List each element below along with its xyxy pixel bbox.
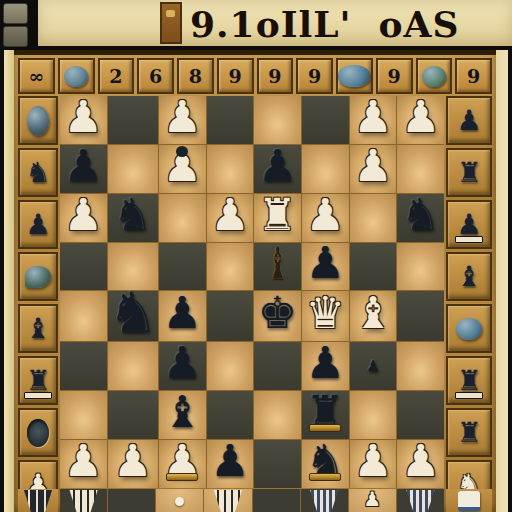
square-r8c5[interactable] <box>254 440 301 488</box>
chess-board: ♟♟♟♟♟♟♟♟♟♞♟♜♟♞♝♟♞♟♚♛♝♟♟♟♝♜♟♟♟♟♞♟♟ <box>60 96 444 488</box>
white-rook[interactable]: ♜ <box>258 193 297 237</box>
coord-cell-6: 9 <box>217 58 254 94</box>
white-pawn[interactable]: ♟ <box>162 95 201 139</box>
square-r5c8[interactable] <box>397 291 444 341</box>
tray-cell-4 <box>18 252 58 301</box>
square-r4c5[interactable]: ♝ <box>254 243 301 291</box>
square-r7c8[interactable] <box>397 391 444 439</box>
square-r3c4[interactable]: ♟ <box>207 194 254 242</box>
square-r1c5[interactable] <box>254 96 301 144</box>
blue-stone-icon <box>456 318 482 340</box>
square-r1c6[interactable] <box>302 96 349 144</box>
coord-cell-4: 6 <box>137 58 174 94</box>
coordinate-strip: ∞26899999 <box>18 58 492 94</box>
square-r8c4[interactable]: ♟ <box>207 440 254 488</box>
square-r2c5[interactable]: ♟ <box>254 145 301 193</box>
tray-cell-2: ♜ <box>446 148 492 197</box>
square-r3c8[interactable]: ♞ <box>397 194 444 242</box>
right-tray: ♟♜♟♝♜♜♞ <box>446 96 492 509</box>
striped-rook-icon: ♜ <box>25 367 50 395</box>
coord-cell-12: 9 <box>455 58 492 94</box>
tray-cell-6: ♜ <box>446 356 492 405</box>
square-r5c1[interactable] <box>60 291 107 341</box>
left-tray: ♞♟♝♜♟ <box>18 96 58 509</box>
frame-edge-left <box>4 50 14 512</box>
coord-cell-10: 9 <box>376 58 413 94</box>
coord-cell-7: 9 <box>257 58 294 94</box>
strip-cell-6 <box>301 489 348 512</box>
black-pawn[interactable]: ♟ <box>306 341 345 385</box>
black-pawn[interactable]: ♟ <box>162 291 201 335</box>
mini-white-piece-icon: ♟ <box>363 489 381 509</box>
white-pawn[interactable]: ♟ <box>401 439 440 483</box>
frame-edge-right <box>496 50 508 512</box>
square-r3c5[interactable]: ♜ <box>254 194 301 242</box>
coord-cell-5: 8 <box>177 58 214 94</box>
coord-cell-2 <box>58 58 95 94</box>
square-r7c4[interactable] <box>207 391 254 439</box>
square-r8c2[interactable]: ♟ <box>108 440 158 488</box>
black-pawn[interactable]: ♟ <box>162 341 201 385</box>
square-r1c3[interactable]: ♟ <box>159 96 206 144</box>
goblet-striped-icon <box>308 490 340 512</box>
square-r4c6[interactable]: ♟ <box>302 243 349 291</box>
black-king[interactable]: ♚ <box>258 291 297 335</box>
black-pawn[interactable]: ♟ <box>210 439 249 483</box>
square-r8c7[interactable]: ♟ <box>350 440 397 488</box>
black-knight[interactable]: ♞ <box>401 193 440 237</box>
goblet-striped-icon <box>404 490 436 512</box>
square-r2c8[interactable] <box>397 145 444 193</box>
castle-rook-icon: ♜ <box>456 419 481 447</box>
square-r6c2[interactable] <box>108 342 158 390</box>
strip-cell-5 <box>253 489 300 512</box>
knight-blob-icon: ♞ <box>25 159 50 187</box>
goblet-light-icon <box>212 490 244 512</box>
square-r1c4[interactable] <box>207 96 254 144</box>
white-pawn[interactable]: ♟ <box>64 439 103 483</box>
white-pawn[interactable]: ♟ <box>162 144 201 188</box>
square-r7c2[interactable] <box>108 391 158 439</box>
square-r8c1[interactable]: ♟ <box>60 440 107 488</box>
white-pawn[interactable]: ♟ <box>353 439 392 483</box>
square-r6c1[interactable] <box>60 342 107 390</box>
square-r7c6[interactable]: ♜ <box>302 391 349 439</box>
black-knight[interactable]: ♞ <box>306 439 345 483</box>
tray-cell-7: ♜ <box>446 408 492 457</box>
bottle-bishop-icon: ♝ <box>456 263 481 291</box>
square-r2c7[interactable]: ♟ <box>350 145 397 193</box>
white-base-rook-icon: ♜ <box>456 367 481 395</box>
square-r4c7[interactable] <box>350 243 397 291</box>
white-blob-icon <box>458 491 480 511</box>
square-r6c7[interactable]: ♟ <box>350 342 397 390</box>
square-r5c2[interactable]: ♞ <box>108 291 158 341</box>
app-window: 9.1oIlL' oAS ∞26899999 ♞♟♝♜♟ ♟♜♟♝♜♜♞ ♟♟♟… <box>0 0 512 512</box>
square-r6c5[interactable] <box>254 342 301 390</box>
square-r5c4[interactable] <box>207 291 254 341</box>
square-r1c1[interactable]: ♟ <box>60 96 107 144</box>
square-r2c2[interactable] <box>108 145 158 193</box>
tray-cell-1 <box>18 96 58 145</box>
square-r1c7[interactable]: ♟ <box>350 96 397 144</box>
square-r6c4[interactable] <box>207 342 254 390</box>
square-r3c6[interactable]: ♟ <box>302 194 349 242</box>
square-r2c3[interactable]: ♟ <box>159 145 206 193</box>
strip-cell-7: ♟ <box>349 489 396 512</box>
coord-cell-9 <box>336 58 373 94</box>
window-controls <box>0 0 30 50</box>
strip-cell-2 <box>108 489 155 512</box>
tray-cell-5 <box>446 304 492 353</box>
pagoda-rook-icon: ♜ <box>456 159 481 187</box>
document-icon <box>160 2 182 44</box>
black-rook[interactable]: ♜ <box>306 390 345 434</box>
black-bishop-icon: ♝ <box>25 315 50 343</box>
square-r2c4[interactable] <box>207 145 254 193</box>
window-button-top[interactable] <box>3 3 28 24</box>
strip-cell-3 <box>156 489 203 512</box>
oval-hole-icon <box>27 419 49 447</box>
square-r6c3[interactable]: ♟ <box>159 342 206 390</box>
tray-cell-2: ♞ <box>18 148 58 197</box>
square-r2c1[interactable]: ♟ <box>60 145 107 193</box>
coord-cell-1: ∞ <box>18 58 55 94</box>
square-r7c7[interactable] <box>350 391 397 439</box>
white-pawn[interactable]: ♟ <box>353 95 392 139</box>
flag-pawn-icon: ♟ <box>456 107 481 135</box>
square-r7c3[interactable]: ♝ <box>159 391 206 439</box>
white-pawn[interactable]: ♟ <box>162 439 201 483</box>
stone-label-icon <box>338 65 370 87</box>
black-knight[interactable]: ♞ <box>108 285 158 341</box>
square-r2c6[interactable] <box>302 145 349 193</box>
square-r8c6[interactable]: ♞ <box>302 440 349 488</box>
square-r8c3[interactable]: ♟ <box>159 440 206 488</box>
title-panel: 9.1oIlL' oAS <box>38 0 512 50</box>
figure-pawn-icon: ♟ <box>25 211 50 239</box>
tray-cell-1: ♟ <box>446 96 492 145</box>
tray-cell-6: ♜ <box>18 356 58 405</box>
square-r4c8[interactable] <box>397 243 444 291</box>
square-r5c3[interactable]: ♟ <box>159 291 206 341</box>
goblet-dark-icon <box>22 490 54 512</box>
white-queen[interactable]: ♛ <box>306 291 345 335</box>
coord-cell-8: 9 <box>296 58 333 94</box>
white-pawn[interactable]: ♟ <box>401 95 440 139</box>
black-pawn[interactable]: ♟ <box>366 359 379 374</box>
goblet-light-icon <box>68 490 100 512</box>
tray-cell-7 <box>18 408 58 457</box>
oval-stone-icon <box>27 106 49 136</box>
white-pawn[interactable]: ♟ <box>113 439 152 483</box>
square-r4c1[interactable] <box>60 243 107 291</box>
square-r1c2[interactable] <box>108 96 158 144</box>
square-r5c5[interactable]: ♚ <box>254 291 301 341</box>
square-r3c3[interactable] <box>159 194 206 242</box>
square-r1c8[interactable]: ♟ <box>397 96 444 144</box>
stone-label-icon <box>64 66 88 87</box>
square-r7c1[interactable] <box>60 391 107 439</box>
window-button-bottom[interactable] <box>3 26 28 47</box>
foreground-rail-right <box>446 489 492 512</box>
window-title: 9.1oIlL' oAS <box>190 0 460 46</box>
white-pawn[interactable]: ♟ <box>64 193 103 237</box>
leaf-stone-icon <box>25 266 51 288</box>
square-r6c6[interactable]: ♟ <box>302 342 349 390</box>
white-pawn[interactable]: ♟ <box>306 193 345 237</box>
square-r8c8[interactable]: ♟ <box>397 440 444 488</box>
tray-cell-3: ♟ <box>446 200 492 249</box>
round-piece-icon: ♟ <box>456 211 481 239</box>
coord-cell-3: 2 <box>98 58 135 94</box>
white-pawn[interactable]: ♟ <box>64 95 103 139</box>
strip-cell-4 <box>204 489 251 512</box>
black-bishop[interactable]: ♝ <box>268 241 288 285</box>
square-r6c8[interactable] <box>397 342 444 390</box>
black-pawn[interactable]: ♟ <box>306 241 345 285</box>
strip-cell-1 <box>60 489 107 512</box>
square-r3c2[interactable]: ♞ <box>108 194 158 242</box>
ball-icon <box>175 497 184 506</box>
square-r4c4[interactable] <box>207 243 254 291</box>
title-bar: 9.1oIlL' oAS <box>0 0 512 50</box>
square-r4c3[interactable] <box>159 243 206 291</box>
black-bishop[interactable]: ♝ <box>162 390 201 434</box>
tray-cell-4: ♝ <box>446 252 492 301</box>
square-r7c5[interactable] <box>254 391 301 439</box>
tray-cell-5: ♝ <box>18 304 58 353</box>
strip-cell-8 <box>397 489 444 512</box>
black-pawn[interactable]: ♟ <box>64 144 103 188</box>
square-r5c6[interactable]: ♛ <box>302 291 349 341</box>
square-r5c7[interactable]: ♝ <box>350 291 397 341</box>
white-pawn[interactable]: ♟ <box>210 193 249 237</box>
white-bishop[interactable]: ♝ <box>353 291 392 335</box>
black-pawn[interactable]: ♟ <box>258 144 297 188</box>
square-r3c7[interactable] <box>350 194 397 242</box>
coord-cell-11 <box>416 58 453 94</box>
stone-label-icon <box>422 66 446 87</box>
foreground-rail-left <box>18 489 58 512</box>
black-knight[interactable]: ♞ <box>113 193 152 237</box>
foreground-strip: ♟ <box>60 489 444 512</box>
square-r3c1[interactable]: ♟ <box>60 194 107 242</box>
white-pawn[interactable]: ♟ <box>353 144 392 188</box>
tray-cell-3: ♟ <box>18 200 58 249</box>
